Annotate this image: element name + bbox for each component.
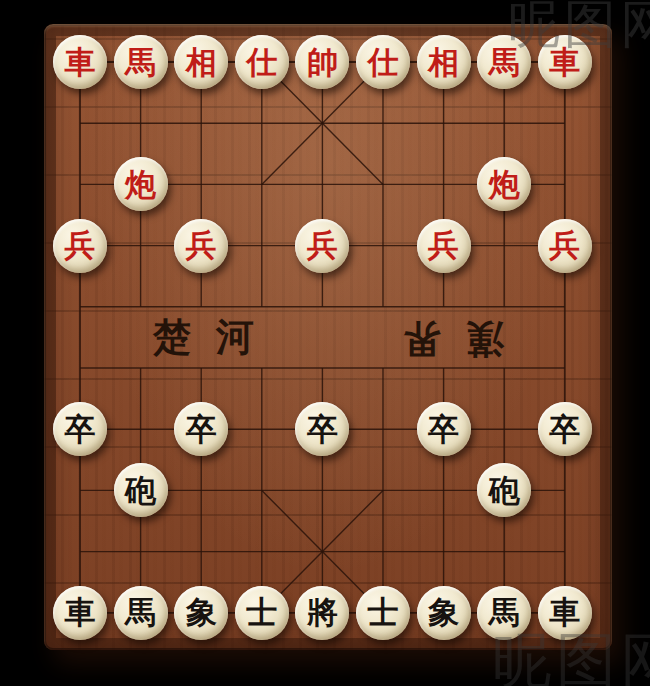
piece-a4[interactable]: 兵 xyxy=(53,219,107,273)
xiangqi-board[interactable]: 楚 河 漢 界 車馬相仕帥仕相馬車炮炮兵兵兵兵兵卒卒卒卒卒砲砲車馬象士將士象馬車 xyxy=(44,24,612,650)
piece-b3[interactable]: 炮 xyxy=(114,157,168,211)
piece-c4[interactable]: 兵 xyxy=(174,219,228,273)
piece-h10[interactable]: 馬 xyxy=(477,586,531,640)
piece-g7[interactable]: 卒 xyxy=(417,402,471,456)
piece-g4[interactable]: 兵 xyxy=(417,219,471,273)
piece-c7[interactable]: 卒 xyxy=(174,402,228,456)
piece-d10[interactable]: 士 xyxy=(235,586,289,640)
piece-h1[interactable]: 馬 xyxy=(477,35,531,89)
piece-c1[interactable]: 相 xyxy=(174,35,228,89)
piece-f10[interactable]: 士 xyxy=(356,586,410,640)
piece-h8[interactable]: 砲 xyxy=(477,463,531,517)
piece-b8[interactable]: 砲 xyxy=(114,463,168,517)
piece-e10[interactable]: 將 xyxy=(295,586,349,640)
piece-b1[interactable]: 馬 xyxy=(114,35,168,89)
piece-i1[interactable]: 車 xyxy=(538,35,592,89)
piece-a10[interactable]: 車 xyxy=(53,586,107,640)
piece-c10[interactable]: 象 xyxy=(174,586,228,640)
piece-i7[interactable]: 卒 xyxy=(538,402,592,456)
piece-f1[interactable]: 仕 xyxy=(356,35,410,89)
piece-a7[interactable]: 卒 xyxy=(53,402,107,456)
piece-i10[interactable]: 車 xyxy=(538,586,592,640)
piece-e7[interactable]: 卒 xyxy=(295,402,349,456)
piece-i4[interactable]: 兵 xyxy=(538,219,592,273)
piece-e1[interactable]: 帥 xyxy=(295,35,349,89)
piece-h3[interactable]: 炮 xyxy=(477,157,531,211)
piece-g10[interactable]: 象 xyxy=(417,586,471,640)
piece-a1[interactable]: 車 xyxy=(53,35,107,89)
piece-e4[interactable]: 兵 xyxy=(295,219,349,273)
piece-d1[interactable]: 仕 xyxy=(235,35,289,89)
piece-b10[interactable]: 馬 xyxy=(114,586,168,640)
stage: 楚 河 漢 界 車馬相仕帥仕相馬車炮炮兵兵兵兵兵卒卒卒卒卒砲砲車馬象士將士象馬車… xyxy=(0,0,650,686)
piece-g1[interactable]: 相 xyxy=(417,35,471,89)
pieces-layer: 車馬相仕帥仕相馬車炮炮兵兵兵兵兵卒卒卒卒卒砲砲車馬象士將士象馬車 xyxy=(44,24,612,650)
